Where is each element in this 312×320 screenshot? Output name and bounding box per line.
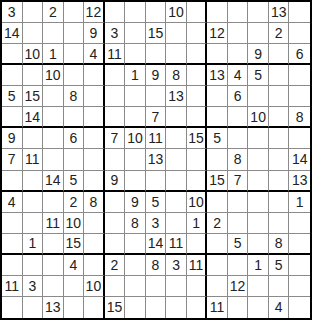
cell-r4c4-empty[interactable] xyxy=(64,65,85,86)
cell-r11c5-empty[interactable] xyxy=(84,213,105,234)
cell-r3c14-empty[interactable] xyxy=(269,44,290,65)
sudoku-page: 3212101314931512210141196101981345515813… xyxy=(0,0,312,320)
cell-r7c5-empty[interactable] xyxy=(84,128,105,149)
cell-r4c12-given: 4 xyxy=(228,65,249,86)
cell-r14c2-given: 3 xyxy=(23,276,44,297)
cell-r15c4-empty[interactable] xyxy=(64,297,85,318)
cell-r9c7-empty[interactable] xyxy=(125,171,146,192)
cell-r1c4-empty[interactable] xyxy=(64,2,85,23)
cell-r10c8-given: 5 xyxy=(146,192,167,213)
cell-r8c15-given: 14 xyxy=(289,149,310,170)
cell-r14c8-empty[interactable] xyxy=(146,276,167,297)
cell-r10c7-given: 9 xyxy=(125,192,146,213)
cell-r14c6-empty[interactable] xyxy=(105,276,126,297)
cell-r7c2-empty[interactable] xyxy=(23,128,44,149)
cell-r4c15-empty[interactable] xyxy=(289,65,310,86)
cell-r14c3-empty[interactable] xyxy=(43,276,64,297)
cell-r12c4-given: 15 xyxy=(64,234,85,255)
cell-r15c9-empty[interactable] xyxy=(166,297,187,318)
cell-r2c13-empty[interactable] xyxy=(248,23,269,44)
cell-r3c9-empty[interactable] xyxy=(166,44,187,65)
cell-r13c8-given: 8 xyxy=(146,255,167,276)
cell-r6c15-given: 8 xyxy=(289,107,310,128)
cell-r10c3-empty[interactable] xyxy=(43,192,64,213)
cell-r10c9-empty[interactable] xyxy=(166,192,187,213)
cell-r13c5-empty[interactable] xyxy=(84,255,105,276)
cell-r15c11-given: 11 xyxy=(207,297,228,318)
cell-r8c1-given: 7 xyxy=(2,149,23,170)
cell-r6c1-empty[interactable] xyxy=(2,107,23,128)
cell-r11c6-empty[interactable] xyxy=(105,213,126,234)
cell-r2c6-given: 3 xyxy=(105,23,126,44)
cell-r9c5-empty[interactable] xyxy=(84,171,105,192)
cell-r4c6-empty[interactable] xyxy=(105,65,126,86)
cell-r7c15-empty[interactable] xyxy=(289,128,310,149)
cell-r9c9-empty[interactable] xyxy=(166,171,187,192)
cell-r15c10-empty[interactable] xyxy=(187,297,208,318)
cell-r5c11-empty[interactable] xyxy=(207,86,228,107)
cell-r5c12-given: 6 xyxy=(228,86,249,107)
cell-r12c11-empty[interactable] xyxy=(207,234,228,255)
cell-r6c2-given: 14 xyxy=(23,107,44,128)
cell-r8c12-given: 8 xyxy=(228,149,249,170)
cell-r13c6-given: 2 xyxy=(105,255,126,276)
cell-r7c13-empty[interactable] xyxy=(248,128,269,149)
cell-r13c11-empty[interactable] xyxy=(207,255,228,276)
cell-r7c8-given: 11 xyxy=(146,128,167,149)
sudoku-board: 3212101314931512210141196101981345515813… xyxy=(0,0,312,320)
cell-r2c15-empty[interactable] xyxy=(289,23,310,44)
cell-r8c10-empty[interactable] xyxy=(187,149,208,170)
cell-r12c8-given: 14 xyxy=(146,234,167,255)
cell-r8c9-empty[interactable] xyxy=(166,149,187,170)
cell-r13c13-given: 1 xyxy=(248,255,269,276)
cell-r12c1-empty[interactable] xyxy=(2,234,23,255)
cell-r9c13-empty[interactable] xyxy=(248,171,269,192)
cell-r14c4-empty[interactable] xyxy=(64,276,85,297)
cell-r4c1-empty[interactable] xyxy=(2,65,23,86)
cell-r9c2-empty[interactable] xyxy=(23,171,44,192)
cell-r6c8-given: 7 xyxy=(146,107,167,128)
cell-r13c7-empty[interactable] xyxy=(125,255,146,276)
cell-r10c12-empty[interactable] xyxy=(228,192,249,213)
cell-r5c9-given: 13 xyxy=(166,86,187,107)
cell-r9c10-empty[interactable] xyxy=(187,171,208,192)
cell-r12c10-empty[interactable] xyxy=(187,234,208,255)
cell-r8c14-empty[interactable] xyxy=(269,149,290,170)
cell-r10c4-given: 2 xyxy=(64,192,85,213)
cell-r15c5-empty[interactable] xyxy=(84,297,105,318)
cell-r10c10-given: 10 xyxy=(187,192,208,213)
cell-r10c2-empty[interactable] xyxy=(23,192,44,213)
cell-r10c6-empty[interactable] xyxy=(105,192,126,213)
cell-r11c2-empty[interactable] xyxy=(23,213,44,234)
cell-r9c3-given: 14 xyxy=(43,171,64,192)
cell-r15c1-empty[interactable] xyxy=(2,297,23,318)
cell-r7c11-given: 5 xyxy=(207,128,228,149)
cell-r10c5-given: 8 xyxy=(84,192,105,213)
cell-r14c12-given: 12 xyxy=(228,276,249,297)
cell-r8c8-given: 13 xyxy=(146,149,167,170)
cell-r7c12-empty[interactable] xyxy=(228,128,249,149)
cell-r15c12-empty[interactable] xyxy=(228,297,249,318)
cell-r8c5-empty[interactable] xyxy=(84,149,105,170)
cell-r6c11-empty[interactable] xyxy=(207,107,228,128)
cell-r13c1-empty[interactable] xyxy=(2,255,23,276)
cell-r15c6-given: 15 xyxy=(105,297,126,318)
cell-r12c15-empty[interactable] xyxy=(289,234,310,255)
cell-r3c12-empty[interactable] xyxy=(228,44,249,65)
cell-r8c4-empty[interactable] xyxy=(64,149,85,170)
cell-r7c9-empty[interactable] xyxy=(166,128,187,149)
cell-r4c7-given: 1 xyxy=(125,65,146,86)
cell-r3c1-empty[interactable] xyxy=(2,44,23,65)
cell-r15c14-given: 4 xyxy=(269,297,290,318)
cell-r1c5-given: 12 xyxy=(84,2,105,23)
cell-r7c14-empty[interactable] xyxy=(269,128,290,149)
cell-r5c3-empty[interactable] xyxy=(43,86,64,107)
cell-r4c8-given: 9 xyxy=(146,65,167,86)
cell-r2c14-given: 2 xyxy=(269,23,290,44)
cell-r12c13-empty[interactable] xyxy=(248,234,269,255)
cell-r12c7-empty[interactable] xyxy=(125,234,146,255)
cell-r9c1-empty[interactable] xyxy=(2,171,23,192)
cell-r8c6-empty[interactable] xyxy=(105,149,126,170)
cell-r3c3-given: 1 xyxy=(43,44,64,65)
cell-r2c10-empty[interactable] xyxy=(187,23,208,44)
cell-r10c13-empty[interactable] xyxy=(248,192,269,213)
cell-r6c14-empty[interactable] xyxy=(269,107,290,128)
cell-r7c1-given: 9 xyxy=(2,128,23,149)
cell-r3c4-empty[interactable] xyxy=(64,44,85,65)
cell-r5c15-empty[interactable] xyxy=(289,86,310,107)
cell-r7c3-empty[interactable] xyxy=(43,128,64,149)
cell-r1c6-empty[interactable] xyxy=(105,2,126,23)
cell-r9c15-given: 13 xyxy=(289,171,310,192)
cell-r5c8-empty[interactable] xyxy=(146,86,167,107)
cell-r13c9-given: 3 xyxy=(166,255,187,276)
cell-r2c1-given: 14 xyxy=(2,23,23,44)
cell-r5c13-empty[interactable] xyxy=(248,86,269,107)
cell-r3c5-given: 4 xyxy=(84,44,105,65)
cell-r5c10-empty[interactable] xyxy=(187,86,208,107)
cell-r5c5-empty[interactable] xyxy=(84,86,105,107)
cell-r1c10-empty[interactable] xyxy=(187,2,208,23)
cell-r4c3-given: 10 xyxy=(43,65,64,86)
cell-r3c6-given: 11 xyxy=(105,44,126,65)
cell-r13c4-given: 4 xyxy=(64,255,85,276)
cell-r11c11-given: 2 xyxy=(207,213,228,234)
cell-r8c3-empty[interactable] xyxy=(43,149,64,170)
cell-r1c1-given: 3 xyxy=(2,2,23,23)
cell-r11c14-empty[interactable] xyxy=(269,213,290,234)
cell-r5c1-given: 5 xyxy=(2,86,23,107)
cell-r14c7-empty[interactable] xyxy=(125,276,146,297)
cell-r7c10-given: 15 xyxy=(187,128,208,149)
cell-r6c12-empty[interactable] xyxy=(228,107,249,128)
cell-r11c3-given: 11 xyxy=(43,213,64,234)
cell-r9c6-given: 9 xyxy=(105,171,126,192)
cell-r13c10-given: 11 xyxy=(187,255,208,276)
cell-r6c13-given: 10 xyxy=(248,107,269,128)
cell-r12c12-given: 5 xyxy=(228,234,249,255)
cell-r1c11-empty[interactable] xyxy=(207,2,228,23)
cell-r9c8-empty[interactable] xyxy=(146,171,167,192)
cell-r6c10-empty[interactable] xyxy=(187,107,208,128)
cell-r8c2-given: 11 xyxy=(23,149,44,170)
cell-r10c1-given: 4 xyxy=(2,192,23,213)
cell-r1c7-empty[interactable] xyxy=(125,2,146,23)
cell-r2c4-empty[interactable] xyxy=(64,23,85,44)
cell-r3c7-empty[interactable] xyxy=(125,44,146,65)
cell-r14c9-empty[interactable] xyxy=(166,276,187,297)
cell-r13c3-empty[interactable] xyxy=(43,255,64,276)
cell-r5c2-given: 15 xyxy=(23,86,44,107)
cell-r15c8-empty[interactable] xyxy=(146,297,167,318)
cell-r2c12-empty[interactable] xyxy=(228,23,249,44)
cell-r6c9-empty[interactable] xyxy=(166,107,187,128)
cell-r14c14-empty[interactable] xyxy=(269,276,290,297)
cell-r7c4-given: 6 xyxy=(64,128,85,149)
cell-r2c2-empty[interactable] xyxy=(23,23,44,44)
cell-r2c8-given: 15 xyxy=(146,23,167,44)
cell-r6c6-empty[interactable] xyxy=(105,107,126,128)
cell-r5c6-empty[interactable] xyxy=(105,86,126,107)
cell-r4c11-given: 13 xyxy=(207,65,228,86)
cell-r3c2-given: 10 xyxy=(23,44,44,65)
cell-r13c2-empty[interactable] xyxy=(23,255,44,276)
cell-r10c14-empty[interactable] xyxy=(269,192,290,213)
cell-r4c2-empty[interactable] xyxy=(23,65,44,86)
cell-r11c12-empty[interactable] xyxy=(228,213,249,234)
cell-r11c10-given: 1 xyxy=(187,213,208,234)
cell-r8c13-empty[interactable] xyxy=(248,149,269,170)
cell-r4c13-given: 5 xyxy=(248,65,269,86)
cell-r14c10-empty[interactable] xyxy=(187,276,208,297)
cell-r4c9-given: 8 xyxy=(166,65,187,86)
cell-r1c2-empty[interactable] xyxy=(23,2,44,23)
cell-r6c7-empty[interactable] xyxy=(125,107,146,128)
cell-r2c7-empty[interactable] xyxy=(125,23,146,44)
cell-r4c5-empty[interactable] xyxy=(84,65,105,86)
cell-r9c4-given: 5 xyxy=(64,171,85,192)
cell-r15c2-empty[interactable] xyxy=(23,297,44,318)
cell-r13c14-given: 5 xyxy=(269,255,290,276)
cell-r11c9-empty[interactable] xyxy=(166,213,187,234)
cell-r10c15-given: 1 xyxy=(289,192,310,213)
cell-r13c12-empty[interactable] xyxy=(228,255,249,276)
cell-r4c14-empty[interactable] xyxy=(269,65,290,86)
cell-r3c11-empty[interactable] xyxy=(207,44,228,65)
cell-r12c6-empty[interactable] xyxy=(105,234,126,255)
cell-r15c3-given: 13 xyxy=(43,297,64,318)
cell-r11c15-empty[interactable] xyxy=(289,213,310,234)
cell-r14c1-given: 11 xyxy=(2,276,23,297)
cell-r8c11-empty[interactable] xyxy=(207,149,228,170)
cell-r12c14-given: 8 xyxy=(269,234,290,255)
cell-r5c4-given: 8 xyxy=(64,86,85,107)
cell-r11c1-empty[interactable] xyxy=(2,213,23,234)
cell-r11c8-given: 3 xyxy=(146,213,167,234)
cell-r15c15-empty[interactable] xyxy=(289,297,310,318)
cell-r2c9-empty[interactable] xyxy=(166,23,187,44)
cell-r11c7-given: 8 xyxy=(125,213,146,234)
cell-r3c15-given: 6 xyxy=(289,44,310,65)
cell-r4c10-empty[interactable] xyxy=(187,65,208,86)
cell-r3c10-empty[interactable] xyxy=(187,44,208,65)
cell-r2c5-given: 9 xyxy=(84,23,105,44)
cell-r12c2-given: 1 xyxy=(23,234,44,255)
cell-r12c5-empty[interactable] xyxy=(84,234,105,255)
cell-r1c14-given: 13 xyxy=(269,2,290,23)
cell-r1c15-empty[interactable] xyxy=(289,2,310,23)
cell-r3c13-given: 9 xyxy=(248,44,269,65)
cell-r5c7-empty[interactable] xyxy=(125,86,146,107)
cell-r6c4-empty[interactable] xyxy=(64,107,85,128)
cell-r11c4-given: 10 xyxy=(64,213,85,234)
cell-r15c7-empty[interactable] xyxy=(125,297,146,318)
cell-r1c9-given: 10 xyxy=(166,2,187,23)
cell-r3c8-empty[interactable] xyxy=(146,44,167,65)
cell-r14c13-empty[interactable] xyxy=(248,276,269,297)
cell-r7c7-given: 10 xyxy=(125,128,146,149)
cell-r12c9-given: 11 xyxy=(166,234,187,255)
cell-r14c5-given: 10 xyxy=(84,276,105,297)
cell-r1c3-given: 2 xyxy=(43,2,64,23)
cell-r1c8-empty[interactable] xyxy=(146,2,167,23)
cell-r2c3-empty[interactable] xyxy=(43,23,64,44)
cell-r10c11-empty[interactable] xyxy=(207,192,228,213)
cell-r9c12-given: 7 xyxy=(228,171,249,192)
cell-r7c6-given: 7 xyxy=(105,128,126,149)
cell-r1c12-empty[interactable] xyxy=(228,2,249,23)
cell-r14c11-empty[interactable] xyxy=(207,276,228,297)
cell-r6c3-empty[interactable] xyxy=(43,107,64,128)
cell-r9c14-empty[interactable] xyxy=(269,171,290,192)
cell-r9c11-given: 15 xyxy=(207,171,228,192)
cell-r12c3-empty[interactable] xyxy=(43,234,64,255)
cell-r13c15-empty[interactable] xyxy=(289,255,310,276)
cell-r14c15-empty[interactable] xyxy=(289,276,310,297)
cell-r5c14-empty[interactable] xyxy=(269,86,290,107)
cell-r8c7-empty[interactable] xyxy=(125,149,146,170)
cell-r15c13-empty[interactable] xyxy=(248,297,269,318)
cell-r2c11-given: 12 xyxy=(207,23,228,44)
cell-r11c13-empty[interactable] xyxy=(248,213,269,234)
cell-r1c13-empty[interactable] xyxy=(248,2,269,23)
cell-r6c5-empty[interactable] xyxy=(84,107,105,128)
